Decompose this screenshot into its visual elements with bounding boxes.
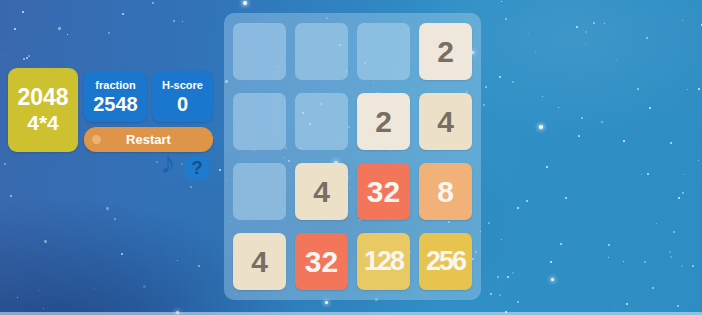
tile-32: 32 xyxy=(357,163,410,220)
tile-256: 256 xyxy=(419,233,472,290)
empty-cell xyxy=(233,23,286,80)
tile-4: 4 xyxy=(419,93,472,150)
restart-button[interactable]: Restart xyxy=(84,127,213,152)
tile-128: 128 xyxy=(357,233,410,290)
restart-dot xyxy=(92,135,101,144)
tile-8: 8 xyxy=(419,163,472,220)
empty-cell xyxy=(295,23,348,80)
tile-2: 2 xyxy=(419,23,472,80)
tile-4: 4 xyxy=(295,163,348,220)
best-score-value: 0 xyxy=(177,94,188,114)
game-variant: 4*4 xyxy=(27,111,59,135)
music-note-icon[interactable]: ♪ xyxy=(155,144,181,182)
game-board[interactable]: 2244328432128256 xyxy=(224,13,481,300)
help-glyph: ? xyxy=(191,157,203,179)
empty-cell xyxy=(357,23,410,80)
tile-4: 4 xyxy=(233,233,286,290)
empty-cell xyxy=(295,93,348,150)
game-screen: 2048 4*4 fraction 2548 H-score 0 Restart… xyxy=(0,0,702,315)
score-label: fraction xyxy=(95,80,135,91)
best-score-label: H-score xyxy=(162,80,203,91)
score-box: fraction 2548 xyxy=(84,71,147,122)
empty-cell xyxy=(233,163,286,220)
tile-2: 2 xyxy=(357,93,410,150)
game-title-tile: 2048 4*4 xyxy=(8,68,78,152)
best-score-box: H-score 0 xyxy=(152,71,213,122)
help-icon[interactable]: ? xyxy=(184,155,210,181)
empty-cell xyxy=(233,93,286,150)
tile-32: 32 xyxy=(295,233,348,290)
score-value: 2548 xyxy=(93,94,138,114)
game-title: 2048 xyxy=(17,85,68,111)
